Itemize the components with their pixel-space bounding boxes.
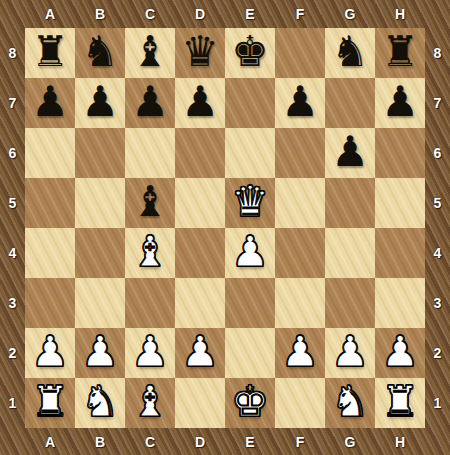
rank-label-7: 7 bbox=[0, 78, 25, 128]
file-label-f: F bbox=[275, 0, 325, 28]
chessboard[interactable]: ♜♞♝♛♚♞♜♟♟♟♟♟♟♟♝♛♝♟♟♟♟♟♟♟♟♜♞♝♚♞♜ bbox=[25, 28, 425, 428]
square-c1[interactable]: ♝ bbox=[125, 378, 175, 428]
rank-label-8: 8 bbox=[0, 28, 25, 78]
white-pawn-icon[interactable]: ♟ bbox=[175, 328, 225, 378]
rank-label-2: 2 bbox=[425, 328, 450, 378]
square-g7[interactable] bbox=[325, 78, 375, 128]
square-g3[interactable] bbox=[325, 278, 375, 328]
square-h5[interactable] bbox=[375, 178, 425, 228]
square-a1[interactable]: ♜ bbox=[25, 378, 75, 428]
white-pawn-icon[interactable]: ♟ bbox=[25, 328, 75, 378]
white-pawn-icon[interactable]: ♟ bbox=[225, 228, 275, 278]
rank-label-7: 7 bbox=[425, 78, 450, 128]
file-label-e: E bbox=[225, 428, 275, 455]
white-bishop-icon[interactable]: ♝ bbox=[125, 228, 175, 278]
file-label-c: C bbox=[125, 428, 175, 455]
square-d7[interactable]: ♟ bbox=[175, 78, 225, 128]
square-f1[interactable] bbox=[275, 378, 325, 428]
square-h6[interactable] bbox=[375, 128, 425, 178]
square-f2[interactable]: ♟ bbox=[275, 328, 325, 378]
square-d8[interactable]: ♛ bbox=[175, 28, 225, 78]
white-queen-icon[interactable]: ♛ bbox=[225, 178, 275, 228]
square-b5[interactable] bbox=[75, 178, 125, 228]
rank-label-6: 6 bbox=[425, 128, 450, 178]
black-knight-icon[interactable]: ♞ bbox=[75, 28, 125, 78]
rank-labels-left: 87654321 bbox=[0, 28, 25, 428]
file-label-d: D bbox=[175, 0, 225, 28]
white-knight-icon[interactable]: ♞ bbox=[75, 378, 125, 428]
black-bishop-icon[interactable]: ♝ bbox=[125, 28, 175, 78]
rank-label-4: 4 bbox=[425, 228, 450, 278]
file-label-d: D bbox=[175, 428, 225, 455]
square-b3[interactable] bbox=[75, 278, 125, 328]
rank-label-4: 4 bbox=[0, 228, 25, 278]
black-pawn-icon[interactable]: ♟ bbox=[125, 78, 175, 128]
black-pawn-icon[interactable]: ♟ bbox=[175, 78, 225, 128]
square-e1[interactable]: ♚ bbox=[225, 378, 275, 428]
square-b1[interactable]: ♞ bbox=[75, 378, 125, 428]
chessboard-frame: ABCDEFGH 87654321 ♜♞♝♛♚♞♜♟♟♟♟♟♟♟♝♛♝♟♟♟♟♟… bbox=[0, 0, 450, 455]
square-h2[interactable]: ♟ bbox=[375, 328, 425, 378]
square-c7[interactable]: ♟ bbox=[125, 78, 175, 128]
file-label-c: C bbox=[125, 0, 175, 28]
square-d4[interactable] bbox=[175, 228, 225, 278]
square-g5[interactable] bbox=[325, 178, 375, 228]
square-d3[interactable] bbox=[175, 278, 225, 328]
square-e6[interactable] bbox=[225, 128, 275, 178]
square-g1[interactable]: ♞ bbox=[325, 378, 375, 428]
square-h3[interactable] bbox=[375, 278, 425, 328]
square-f8[interactable] bbox=[275, 28, 325, 78]
black-pawn-icon[interactable]: ♟ bbox=[325, 128, 375, 178]
black-king-icon[interactable]: ♚ bbox=[225, 28, 275, 78]
square-b6[interactable] bbox=[75, 128, 125, 178]
square-c4[interactable]: ♝ bbox=[125, 228, 175, 278]
white-rook-icon[interactable]: ♜ bbox=[25, 378, 75, 428]
square-b7[interactable]: ♟ bbox=[75, 78, 125, 128]
white-pawn-icon[interactable]: ♟ bbox=[375, 328, 425, 378]
square-e8[interactable]: ♚ bbox=[225, 28, 275, 78]
square-f5[interactable] bbox=[275, 178, 325, 228]
square-h8[interactable]: ♜ bbox=[375, 28, 425, 78]
square-e5[interactable]: ♛ bbox=[225, 178, 275, 228]
rank-label-1: 1 bbox=[0, 378, 25, 428]
square-h4[interactable] bbox=[375, 228, 425, 278]
file-labels-top: ABCDEFGH bbox=[25, 0, 425, 28]
black-rook-icon[interactable]: ♜ bbox=[25, 28, 75, 78]
square-h1[interactable]: ♜ bbox=[375, 378, 425, 428]
file-label-g: G bbox=[325, 428, 375, 455]
file-label-a: A bbox=[25, 428, 75, 455]
square-b8[interactable]: ♞ bbox=[75, 28, 125, 78]
square-b2[interactable]: ♟ bbox=[75, 328, 125, 378]
square-f4[interactable] bbox=[275, 228, 325, 278]
white-pawn-icon[interactable]: ♟ bbox=[275, 328, 325, 378]
rank-label-5: 5 bbox=[425, 178, 450, 228]
square-a6[interactable] bbox=[25, 128, 75, 178]
rank-label-5: 5 bbox=[0, 178, 25, 228]
square-d1[interactable] bbox=[175, 378, 225, 428]
square-f7[interactable]: ♟ bbox=[275, 78, 325, 128]
square-e7[interactable] bbox=[225, 78, 275, 128]
square-c5[interactable]: ♝ bbox=[125, 178, 175, 228]
square-d6[interactable] bbox=[175, 128, 225, 178]
white-pawn-icon[interactable]: ♟ bbox=[325, 328, 375, 378]
square-a3[interactable] bbox=[25, 278, 75, 328]
rank-label-1: 1 bbox=[425, 378, 450, 428]
file-label-a: A bbox=[25, 0, 75, 28]
rank-label-6: 6 bbox=[0, 128, 25, 178]
square-c8[interactable]: ♝ bbox=[125, 28, 175, 78]
square-e2[interactable] bbox=[225, 328, 275, 378]
square-e3[interactable] bbox=[225, 278, 275, 328]
square-a4[interactable] bbox=[25, 228, 75, 278]
rank-label-8: 8 bbox=[425, 28, 450, 78]
square-a7[interactable]: ♟ bbox=[25, 78, 75, 128]
file-label-h: H bbox=[375, 428, 425, 455]
file-label-g: G bbox=[325, 0, 375, 28]
file-label-b: B bbox=[75, 0, 125, 28]
square-g2[interactable]: ♟ bbox=[325, 328, 375, 378]
white-pawn-icon[interactable]: ♟ bbox=[75, 328, 125, 378]
square-f6[interactable] bbox=[275, 128, 325, 178]
square-a8[interactable]: ♜ bbox=[25, 28, 75, 78]
white-knight-icon[interactable]: ♞ bbox=[325, 378, 375, 428]
square-d5[interactable] bbox=[175, 178, 225, 228]
rank-label-3: 3 bbox=[0, 278, 25, 328]
square-g6[interactable]: ♟ bbox=[325, 128, 375, 178]
white-king-icon[interactable]: ♚ bbox=[225, 378, 275, 428]
white-rook-icon[interactable]: ♜ bbox=[375, 378, 425, 428]
black-pawn-icon[interactable]: ♟ bbox=[275, 78, 325, 128]
rank-labels-right: 87654321 bbox=[425, 28, 450, 428]
file-label-e: E bbox=[225, 0, 275, 28]
square-d2[interactable]: ♟ bbox=[175, 328, 225, 378]
black-pawn-icon[interactable]: ♟ bbox=[75, 78, 125, 128]
file-label-f: F bbox=[275, 428, 325, 455]
black-rook-icon[interactable]: ♜ bbox=[375, 28, 425, 78]
square-g4[interactable] bbox=[325, 228, 375, 278]
square-c6[interactable] bbox=[125, 128, 175, 178]
black-pawn-icon[interactable]: ♟ bbox=[375, 78, 425, 128]
square-c2[interactable]: ♟ bbox=[125, 328, 175, 378]
square-f3[interactable] bbox=[275, 278, 325, 328]
square-c3[interactable] bbox=[125, 278, 175, 328]
black-bishop-icon[interactable]: ♝ bbox=[125, 178, 175, 228]
square-h7[interactable]: ♟ bbox=[375, 78, 425, 128]
white-bishop-icon[interactable]: ♝ bbox=[125, 378, 175, 428]
black-pawn-icon[interactable]: ♟ bbox=[25, 78, 75, 128]
file-label-h: H bbox=[375, 0, 425, 28]
black-queen-icon[interactable]: ♛ bbox=[175, 28, 225, 78]
black-knight-icon[interactable]: ♞ bbox=[325, 28, 375, 78]
file-label-b: B bbox=[75, 428, 125, 455]
square-e4[interactable]: ♟ bbox=[225, 228, 275, 278]
square-a5[interactable] bbox=[25, 178, 75, 228]
rank-label-3: 3 bbox=[425, 278, 450, 328]
white-pawn-icon[interactable]: ♟ bbox=[125, 328, 175, 378]
file-labels-bottom: ABCDEFGH bbox=[25, 428, 425, 455]
square-a2[interactable]: ♟ bbox=[25, 328, 75, 378]
rank-label-2: 2 bbox=[0, 328, 25, 378]
square-g8[interactable]: ♞ bbox=[325, 28, 375, 78]
square-b4[interactable] bbox=[75, 228, 125, 278]
